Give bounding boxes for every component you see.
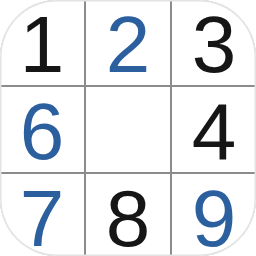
sudoku-cell-r2c2[interactable] [86, 87, 170, 172]
sudoku-grid: 1 2 3 6 4 7 8 9 [0, 0, 256, 256]
sudoku-cell-r1c2[interactable]: 2 [86, 0, 170, 85]
sudoku-cell-r1c3[interactable]: 3 [172, 0, 256, 85]
sudoku-cell-r2c1[interactable]: 6 [0, 87, 84, 172]
sudoku-cell-r2c3[interactable]: 4 [172, 87, 256, 172]
sudoku-cell-r3c2[interactable]: 8 [86, 174, 170, 256]
sudoku-cell-r3c3[interactable]: 9 [172, 174, 256, 256]
sudoku-app-icon[interactable]: 1 2 3 6 4 7 8 9 [0, 0, 256, 256]
sudoku-cell-r1c1[interactable]: 1 [0, 0, 84, 85]
sudoku-cell-r3c1[interactable]: 7 [0, 174, 84, 256]
